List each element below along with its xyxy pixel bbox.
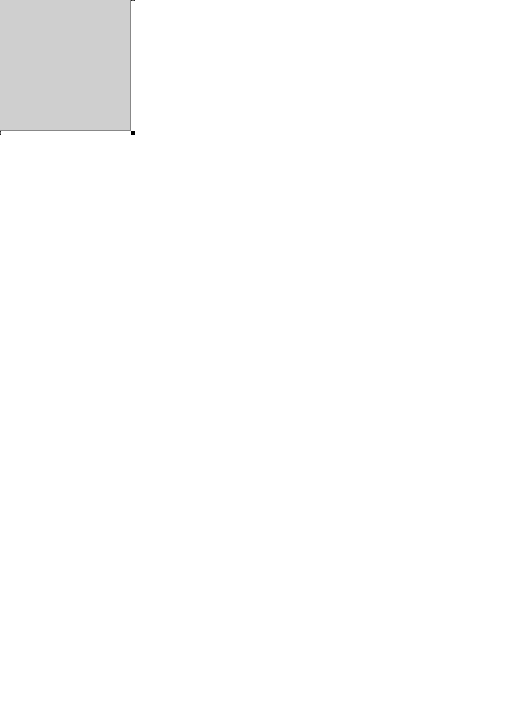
- puzzle-grid: [131, 131, 135, 135]
- watermark-right-strip: [508, 0, 522, 701]
- top-clues-panel: [131, 0, 135, 1]
- watermark-corner-text: [0, 0, 131, 131]
- left-clues-panel: [0, 131, 1, 135]
- watermark-corner: [0, 0, 131, 131]
- nonogram-puzzle-page: [0, 0, 522, 701]
